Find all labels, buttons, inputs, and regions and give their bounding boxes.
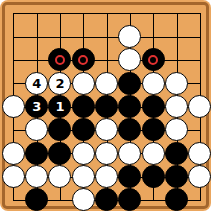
white-stone xyxy=(142,142,165,165)
white-stone xyxy=(165,118,188,141)
black-stone xyxy=(165,142,188,165)
black-stone xyxy=(142,165,165,188)
white-stone xyxy=(118,48,141,71)
black-stone xyxy=(118,188,141,211)
go-diagram: 4231 xyxy=(0,0,211,211)
black-stone xyxy=(72,95,95,118)
black-stone xyxy=(118,165,141,188)
black-stone: 3 xyxy=(25,95,48,118)
white-stone xyxy=(188,165,211,188)
white-stone xyxy=(95,142,118,165)
white-stone xyxy=(72,72,95,95)
white-stone xyxy=(95,72,118,95)
black-stone xyxy=(142,118,165,141)
black-stone xyxy=(118,95,141,118)
white-stone xyxy=(165,72,188,95)
black-stone xyxy=(95,188,118,211)
black-stone xyxy=(118,72,141,95)
white-stone xyxy=(118,25,141,48)
white-stone xyxy=(2,165,25,188)
white-stone xyxy=(72,165,95,188)
black-stone xyxy=(142,48,165,71)
white-stone: 2 xyxy=(48,72,71,95)
white-stone xyxy=(2,142,25,165)
black-stone xyxy=(25,142,48,165)
black-stone xyxy=(95,95,118,118)
white-stone xyxy=(25,118,48,141)
white-stone xyxy=(118,142,141,165)
black-stone xyxy=(48,48,71,71)
circle-mark-icon xyxy=(78,55,88,65)
black-stone: 1 xyxy=(48,95,71,118)
white-stone xyxy=(188,142,211,165)
black-stone xyxy=(48,142,71,165)
go-board: 4231 xyxy=(0,0,211,211)
move-number: 4 xyxy=(32,77,41,90)
black-stone xyxy=(72,118,95,141)
black-stone xyxy=(48,118,71,141)
black-stone xyxy=(165,188,188,211)
white-stone xyxy=(2,95,25,118)
white-stone xyxy=(72,188,95,211)
white-stone xyxy=(188,95,211,118)
white-stone xyxy=(95,118,118,141)
move-number: 3 xyxy=(32,100,41,113)
black-stone xyxy=(72,48,95,71)
black-stone xyxy=(165,165,188,188)
black-stone xyxy=(118,118,141,141)
white-stone xyxy=(95,165,118,188)
white-stone xyxy=(25,165,48,188)
circle-mark-icon xyxy=(148,55,158,65)
white-stone xyxy=(48,165,71,188)
black-stone xyxy=(142,95,165,118)
white-stone xyxy=(72,142,95,165)
white-stone: 4 xyxy=(25,72,48,95)
move-number: 2 xyxy=(55,77,64,90)
white-stone xyxy=(165,95,188,118)
circle-mark-icon xyxy=(55,55,65,65)
white-stone xyxy=(142,72,165,95)
black-stone xyxy=(25,188,48,211)
move-number: 1 xyxy=(55,100,64,113)
